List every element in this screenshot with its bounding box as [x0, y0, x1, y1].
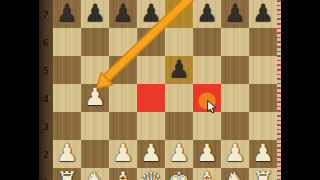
white-king[interactable]: ♚	[168, 167, 190, 180]
square-f4[interactable]	[193, 84, 221, 112]
white-pawn[interactable]: ♟	[56, 139, 78, 167]
square-b3[interactable]	[81, 112, 109, 140]
square-a4[interactable]	[53, 84, 81, 112]
white-knight[interactable]: ♞	[224, 167, 246, 180]
square-h1[interactable]: ♜	[249, 168, 277, 180]
rank-label-strip: 87654321	[39, 0, 53, 180]
white-bishop[interactable]: ♝	[112, 167, 134, 180]
square-g2[interactable]: ♟	[221, 140, 249, 168]
square-g4[interactable]	[221, 84, 249, 112]
black-pawn[interactable]: ♟	[168, 55, 190, 83]
square-f6[interactable]	[193, 28, 221, 56]
rank-label-2: 2	[39, 140, 53, 168]
square-e4[interactable]	[165, 84, 193, 112]
white-pawn[interactable]: ♟	[140, 139, 162, 167]
white-pawn[interactable]: ♟	[252, 139, 274, 167]
square-d2[interactable]: ♟	[137, 140, 165, 168]
black-pawn[interactable]: ♟	[140, 0, 162, 27]
square-e1[interactable]: ♚	[165, 168, 193, 180]
black-pawn[interactable]: ♟	[84, 0, 106, 27]
square-c4[interactable]	[109, 84, 137, 112]
rank-label-6: 6	[39, 28, 53, 56]
square-a3[interactable]	[53, 112, 81, 140]
white-pawn[interactable]: ♟	[168, 139, 190, 167]
square-f7[interactable]: ♟	[193, 0, 221, 28]
white-pawn[interactable]: ♟	[196, 139, 218, 167]
video-frame: 87654321 ♜♞♝♛♚♝♞♜♟♟♟♟♟♟♟♟♟♟♟♟♟♟♟♟♜♞♝♛♚♝♞…	[0, 0, 320, 180]
white-pawn[interactable]: ♟	[224, 139, 246, 167]
square-f5[interactable]	[193, 56, 221, 84]
square-c3[interactable]	[109, 112, 137, 140]
square-a1[interactable]: ♜	[53, 168, 81, 180]
square-g6[interactable]	[221, 28, 249, 56]
square-c6[interactable]	[109, 28, 137, 56]
square-c2[interactable]: ♟	[109, 140, 137, 168]
square-e6[interactable]	[165, 28, 193, 56]
square-e3[interactable]	[165, 112, 193, 140]
square-b7[interactable]: ♟	[81, 0, 109, 28]
rank-label-4: 4	[39, 84, 53, 112]
white-queen[interactable]: ♛	[140, 167, 162, 180]
chess-board: ♜♞♝♛♚♝♞♜♟♟♟♟♟♟♟♟♟♟♟♟♟♟♟♟♜♞♝♛♚♝♞♜	[53, 0, 277, 180]
black-pawn[interactable]: ♟	[112, 0, 134, 27]
square-b4[interactable]: ♟	[81, 84, 109, 112]
white-pawn[interactable]: ♟	[112, 139, 134, 167]
square-h4[interactable]	[249, 84, 277, 112]
square-g5[interactable]	[221, 56, 249, 84]
square-d1[interactable]: ♛	[137, 168, 165, 180]
rank-label-3: 3	[39, 112, 53, 140]
square-g1[interactable]: ♞	[221, 168, 249, 180]
square-b6[interactable]	[81, 28, 109, 56]
white-bishop[interactable]: ♝	[196, 167, 218, 180]
square-h6[interactable]	[249, 28, 277, 56]
square-c5[interactable]	[109, 56, 137, 84]
rank-label-5: 5	[39, 56, 53, 84]
white-rook[interactable]: ♜	[252, 167, 274, 180]
square-f2[interactable]: ♟	[193, 140, 221, 168]
right-edge-perforation	[277, 0, 281, 180]
square-b2[interactable]	[81, 140, 109, 168]
square-a5[interactable]	[53, 56, 81, 84]
square-d6[interactable]	[137, 28, 165, 56]
square-e2[interactable]: ♟	[165, 140, 193, 168]
square-b1[interactable]: ♞	[81, 168, 109, 180]
square-a2[interactable]: ♟	[53, 140, 81, 168]
square-d7[interactable]: ♟	[137, 0, 165, 28]
square-h3[interactable]	[249, 112, 277, 140]
square-d3[interactable]	[137, 112, 165, 140]
square-h7[interactable]: ♟	[249, 0, 277, 28]
square-a6[interactable]	[53, 28, 81, 56]
rank-label-7: 7	[39, 0, 53, 28]
black-pawn[interactable]: ♟	[224, 0, 246, 27]
black-pawn[interactable]: ♟	[56, 0, 78, 27]
square-e5[interactable]: ♟	[165, 56, 193, 84]
square-b5[interactable]	[81, 56, 109, 84]
black-pawn[interactable]: ♟	[196, 0, 218, 27]
black-pawn[interactable]: ♟	[252, 0, 274, 27]
square-f3[interactable]	[193, 112, 221, 140]
square-a7[interactable]: ♟	[53, 0, 81, 28]
square-c7[interactable]: ♟	[109, 0, 137, 28]
white-knight[interactable]: ♞	[84, 167, 106, 180]
white-pawn[interactable]: ♟	[84, 83, 106, 111]
rank-label-1: 1	[39, 168, 53, 180]
square-h2[interactable]: ♟	[249, 140, 277, 168]
white-rook[interactable]: ♜	[56, 167, 78, 180]
square-f1[interactable]: ♝	[193, 168, 221, 180]
square-h5[interactable]	[249, 56, 277, 84]
square-d4[interactable]	[137, 84, 165, 112]
square-e7[interactable]	[165, 0, 193, 28]
square-d5[interactable]	[137, 56, 165, 84]
square-g7[interactable]: ♟	[221, 0, 249, 28]
square-g3[interactable]	[221, 112, 249, 140]
square-c1[interactable]: ♝	[109, 168, 137, 180]
